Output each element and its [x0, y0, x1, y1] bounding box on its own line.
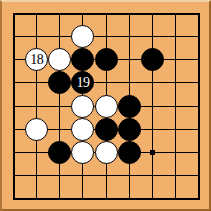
stone-white [71, 141, 94, 164]
stone-black-move-19: 19 [71, 71, 94, 94]
stone-white [25, 118, 48, 141]
stone-black [48, 141, 71, 164]
move-number: 19 [76, 76, 89, 90]
grid-line-vertical [152, 13, 153, 200]
stone-white [95, 141, 118, 164]
stone-white [71, 95, 94, 118]
grid-line-horizontal [13, 198, 200, 200]
stone-black [118, 118, 141, 141]
stone-white [71, 118, 94, 141]
stone-white [48, 48, 71, 71]
grid-line-horizontal [13, 175, 200, 176]
go-board-diagram: 1819 [0, 0, 211, 211]
stone-black [71, 48, 94, 71]
stone-white [95, 95, 118, 118]
grid-line-vertical [175, 13, 176, 200]
stone-black [118, 141, 141, 164]
stone-white [71, 25, 94, 48]
stone-black [141, 48, 164, 71]
grid-line-vertical [198, 13, 200, 200]
stone-black [95, 48, 118, 71]
move-number: 18 [30, 53, 43, 67]
star-point [150, 150, 155, 155]
stone-white-move-18: 18 [25, 48, 48, 71]
stone-black [118, 95, 141, 118]
stone-black [95, 118, 118, 141]
stone-black [48, 71, 71, 94]
